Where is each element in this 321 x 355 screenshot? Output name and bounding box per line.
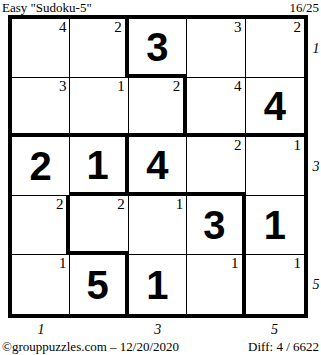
- cell-r5c5[interactable]: 1: [246, 255, 304, 314]
- corner-round-mark: 2: [294, 20, 302, 35]
- corner-round-mark: 3: [234, 20, 242, 35]
- clue-counter: 16/25: [289, 0, 319, 16]
- corner-round-mark: 1: [231, 256, 239, 271]
- corner-round-mark: 1: [117, 79, 125, 94]
- given-digit: 5: [70, 255, 124, 314]
- cell-r5c4[interactable]: 1: [187, 255, 245, 314]
- cell-r2c4[interactable]: 4: [187, 78, 245, 137]
- corner-round-mark: 1: [59, 256, 67, 271]
- col-label-1: 1: [12, 323, 70, 337]
- cell-r1c5[interactable]: 2: [246, 19, 304, 78]
- cell-r3c5[interactable]: 1: [246, 137, 304, 196]
- given-digit: 4: [129, 137, 186, 192]
- corner-round-mark: 2: [117, 197, 125, 212]
- cell-r1c1[interactable]: 4: [12, 19, 70, 78]
- cell-r4c2[interactable]: 2: [70, 196, 128, 255]
- cell-r3c1[interactable]: 2: [12, 137, 70, 196]
- cell-r4c5[interactable]: 1: [246, 196, 304, 255]
- given-digit: 1: [70, 137, 124, 192]
- corner-round-mark: 2: [234, 138, 242, 153]
- corner-round-mark: 2: [114, 20, 122, 35]
- cell-r1c2[interactable]: 2: [70, 19, 128, 78]
- given-digit: 3: [187, 196, 241, 254]
- given-digit: 1: [246, 196, 304, 254]
- corner-round-mark: 2: [173, 79, 181, 94]
- cell-r1c3[interactable]: 3: [129, 19, 187, 78]
- corner-round-mark: 3: [59, 79, 67, 94]
- cell-r3c4[interactable]: 2: [187, 137, 245, 196]
- sudoku-grid: 4233231244214212213115111: [8, 15, 308, 318]
- given-digit: 3: [129, 19, 186, 74]
- cell-r3c3[interactable]: 4: [129, 137, 187, 196]
- cell-r2c5[interactable]: 4: [246, 78, 304, 137]
- col-label-5: 5: [246, 323, 304, 337]
- footer-copyright: ©grouppuzzles.com – 12/20/2020: [2, 339, 179, 355]
- cell-r4c1[interactable]: 2: [12, 196, 70, 255]
- cell-r2c2[interactable]: 1: [70, 78, 128, 137]
- footer-difficulty: Diff: 4 / 6622: [248, 339, 319, 355]
- cell-r1c4[interactable]: 3: [187, 19, 245, 78]
- cell-r4c3[interactable]: 1: [129, 196, 187, 255]
- row-label-3: 3: [311, 160, 321, 174]
- row-label-1: 1: [311, 42, 321, 56]
- corner-round-mark: 2: [56, 197, 64, 212]
- cell-r5c1[interactable]: 1: [12, 255, 70, 314]
- cell-r4c4[interactable]: 3: [187, 196, 245, 255]
- cell-r5c2[interactable]: 5: [70, 255, 128, 314]
- corner-round-mark: 1: [294, 256, 302, 271]
- corner-round-mark: 4: [59, 20, 67, 35]
- col-label-3: 3: [129, 323, 187, 337]
- row-label-5: 5: [311, 278, 321, 292]
- corner-round-mark: 1: [294, 138, 302, 153]
- page-title: Easy "Sudoku-5": [2, 0, 92, 16]
- given-digit: 2: [12, 137, 69, 195]
- given-digit: 1: [129, 255, 186, 314]
- given-digit: 4: [246, 78, 304, 133]
- cell-r3c2[interactable]: 1: [70, 137, 128, 196]
- corner-round-mark: 1: [176, 197, 184, 212]
- cell-r5c3[interactable]: 1: [129, 255, 187, 314]
- cell-r2c1[interactable]: 3: [12, 78, 70, 137]
- cell-r2c3[interactable]: 2: [129, 78, 187, 137]
- corner-round-mark: 4: [234, 79, 242, 94]
